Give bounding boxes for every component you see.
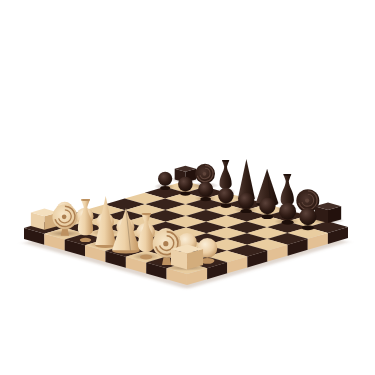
piece-black-bishop-f8[interactable] xyxy=(279,174,296,212)
chess-scene xyxy=(0,0,375,375)
chess-board xyxy=(24,181,348,274)
piece-black-queen-d8[interactable] xyxy=(237,159,256,201)
piece-black-bishop-c8[interactable] xyxy=(218,160,233,195)
